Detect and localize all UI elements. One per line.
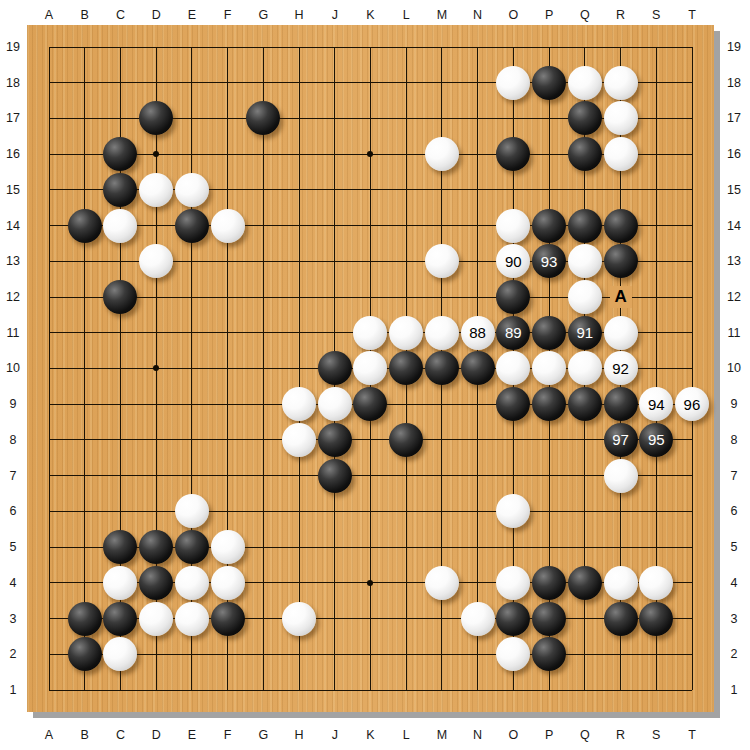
star-point <box>153 151 159 157</box>
coordinate-label-column-T: T <box>688 8 696 22</box>
coordinate-label-row-14: 14 <box>727 219 741 233</box>
coordinate-label-column-P: P <box>545 728 553 742</box>
stone-black-P14[interactable] <box>532 209 566 243</box>
stone-white-F5[interactable] <box>211 530 245 564</box>
coordinate-label-column-N: N <box>473 8 482 22</box>
coordinate-label-column-H: H <box>295 728 304 742</box>
stone-black-J8[interactable] <box>318 423 352 457</box>
annotation-letter-a[interactable]: A <box>610 286 632 308</box>
coordinate-label-column-R: R <box>616 728 625 742</box>
stone-black-P13[interactable]: 93 <box>532 244 566 278</box>
coordinate-label-column-M: M <box>437 8 447 22</box>
stone-black-D17[interactable] <box>139 101 173 135</box>
coordinate-label-row-7: 7 <box>731 469 738 483</box>
stone-black-Q4[interactable] <box>568 566 602 600</box>
move-number: 97 <box>612 432 629 447</box>
stone-black-C12[interactable] <box>103 280 137 314</box>
stone-black-C5[interactable] <box>103 530 137 564</box>
grid-line-vertical <box>692 47 693 690</box>
stone-white-M13[interactable] <box>425 244 459 278</box>
stone-white-Q18[interactable] <box>568 66 602 100</box>
stone-black-P11[interactable] <box>532 316 566 350</box>
stone-black-E14[interactable] <box>175 209 209 243</box>
coordinate-label-column-H: H <box>295 8 304 22</box>
stone-black-Q17[interactable] <box>568 101 602 135</box>
stone-white-Q10[interactable] <box>568 351 602 385</box>
coordinate-label-column-E: E <box>188 8 196 22</box>
stone-black-B14[interactable] <box>68 209 102 243</box>
coordinate-label-column-D: D <box>152 728 161 742</box>
stone-white-O14[interactable] <box>496 209 530 243</box>
stone-black-B3[interactable] <box>68 602 102 636</box>
coordinate-label-column-Q: Q <box>580 728 590 742</box>
stone-black-O11[interactable]: 89 <box>496 316 530 350</box>
stone-white-R10[interactable]: 92 <box>604 351 638 385</box>
stone-white-D15[interactable] <box>139 173 173 207</box>
coordinate-label-row-4: 4 <box>10 576 17 590</box>
coordinate-label-row-10: 10 <box>727 361 741 375</box>
stone-white-F14[interactable] <box>211 209 245 243</box>
move-number: 91 <box>576 325 593 340</box>
coordinate-label-row-2: 2 <box>10 647 17 661</box>
coordinate-label-column-F: F <box>224 8 232 22</box>
coordinate-label-column-T: T <box>688 728 696 742</box>
coordinate-label-row-16: 16 <box>727 147 741 161</box>
stone-white-D3[interactable] <box>139 602 173 636</box>
stone-white-N3[interactable] <box>461 602 495 636</box>
coordinate-label-row-18: 18 <box>6 76 20 90</box>
move-number: 92 <box>612 361 629 376</box>
coordinate-label-column-D: D <box>152 8 161 22</box>
coordinate-label-row-6: 6 <box>731 504 738 518</box>
stone-black-S8[interactable]: 95 <box>639 423 673 457</box>
coordinate-label-row-3: 3 <box>731 612 738 626</box>
coordinate-label-column-J: J <box>332 728 338 742</box>
stone-black-O3[interactable] <box>496 602 530 636</box>
coordinate-label-column-B: B <box>81 8 89 22</box>
coordinate-label-column-S: S <box>652 728 660 742</box>
coordinate-label-column-R: R <box>616 8 625 22</box>
stone-white-R7[interactable] <box>604 459 638 493</box>
stone-black-S3[interactable] <box>639 602 673 636</box>
coordinate-label-row-9: 9 <box>10 397 17 411</box>
coordinate-label-column-P: P <box>545 8 553 22</box>
stone-black-L8[interactable] <box>389 423 423 457</box>
coordinate-label-row-19: 19 <box>6 40 20 54</box>
stone-black-O12[interactable] <box>496 280 530 314</box>
coordinate-label-row-1: 1 <box>731 683 738 697</box>
stone-black-R13[interactable] <box>604 244 638 278</box>
coordinate-label-column-L: L <box>403 8 410 22</box>
move-number: 95 <box>648 432 665 447</box>
coordinate-label-row-9: 9 <box>731 397 738 411</box>
grid-line-horizontal <box>49 690 692 691</box>
stone-black-Q11[interactable]: 91 <box>568 316 602 350</box>
stone-black-R8[interactable]: 97 <box>604 423 638 457</box>
stone-white-J9[interactable] <box>318 387 352 421</box>
stone-black-E5[interactable] <box>175 530 209 564</box>
stone-white-T9[interactable]: 96 <box>675 387 709 421</box>
coordinate-label-column-K: K <box>366 728 374 742</box>
stone-black-P18[interactable] <box>532 66 566 100</box>
coordinate-label-row-12: 12 <box>727 290 741 304</box>
stone-white-R4[interactable] <box>604 566 638 600</box>
stone-black-O16[interactable] <box>496 137 530 171</box>
coordinate-label-column-C: C <box>116 728 125 742</box>
stone-white-H8[interactable] <box>282 423 316 457</box>
coordinate-label-column-S: S <box>652 8 660 22</box>
stone-black-D5[interactable] <box>139 530 173 564</box>
stone-black-M10[interactable] <box>425 351 459 385</box>
coordinate-label-row-6: 6 <box>10 504 17 518</box>
move-number: 96 <box>684 397 701 412</box>
stone-white-F4[interactable] <box>211 566 245 600</box>
stone-black-P9[interactable] <box>532 387 566 421</box>
stone-white-O4[interactable] <box>496 566 530 600</box>
grid-line-horizontal <box>49 439 692 440</box>
stone-white-C2[interactable] <box>103 637 137 671</box>
stone-black-Q9[interactable] <box>568 387 602 421</box>
stone-white-E6[interactable] <box>175 494 209 528</box>
stone-black-P3[interactable] <box>532 602 566 636</box>
stone-white-R17[interactable] <box>604 101 638 135</box>
move-number: 90 <box>505 254 522 269</box>
stone-black-R9[interactable] <box>604 387 638 421</box>
stone-white-R16[interactable] <box>604 137 638 171</box>
stone-black-B2[interactable] <box>68 637 102 671</box>
stone-black-C3[interactable] <box>103 602 137 636</box>
coordinate-label-row-7: 7 <box>10 469 17 483</box>
coordinate-label-column-G: G <box>258 8 268 22</box>
coordinate-label-row-5: 5 <box>10 540 17 554</box>
coordinate-label-column-K: K <box>366 8 374 22</box>
grid-line-horizontal <box>49 511 692 512</box>
stone-white-L11[interactable] <box>389 316 423 350</box>
coordinate-label-column-M: M <box>437 728 447 742</box>
stone-white-M11[interactable] <box>425 316 459 350</box>
coordinate-label-column-Q: Q <box>580 8 590 22</box>
coordinate-label-row-14: 14 <box>6 219 20 233</box>
move-number: 88 <box>469 325 486 340</box>
stone-black-P4[interactable] <box>532 566 566 600</box>
coordinate-label-row-5: 5 <box>731 540 738 554</box>
star-point <box>367 151 373 157</box>
coordinate-label-row-11: 11 <box>728 326 741 340</box>
stone-black-R3[interactable] <box>604 602 638 636</box>
stone-white-H3[interactable] <box>282 602 316 636</box>
coordinate-label-row-19: 19 <box>727 40 741 54</box>
stone-black-K9[interactable] <box>353 387 387 421</box>
stone-white-M4[interactable] <box>425 566 459 600</box>
stone-black-Q14[interactable] <box>568 209 602 243</box>
stone-white-C4[interactable] <box>103 566 137 600</box>
coordinate-label-row-11: 11 <box>7 326 20 340</box>
coordinate-label-row-12: 12 <box>6 290 20 304</box>
coordinate-label-column-B: B <box>81 728 89 742</box>
stone-black-L10[interactable] <box>389 351 423 385</box>
stone-white-C14[interactable] <box>103 209 137 243</box>
coordinate-label-column-N: N <box>473 728 482 742</box>
coordinate-label-row-10: 10 <box>6 361 20 375</box>
grid-line-horizontal <box>49 475 692 476</box>
coordinate-label-column-C: C <box>116 8 125 22</box>
coordinate-label-row-4: 4 <box>731 576 738 590</box>
coordinate-label-row-8: 8 <box>731 433 738 447</box>
stone-white-P10[interactable] <box>532 351 566 385</box>
stone-black-F3[interactable] <box>211 602 245 636</box>
coordinate-label-row-17: 17 <box>6 111 20 125</box>
coordinate-label-column-O: O <box>508 8 518 22</box>
stone-black-G17[interactable] <box>246 101 280 135</box>
stone-white-S9[interactable]: 94 <box>639 387 673 421</box>
stone-white-S4[interactable] <box>639 566 673 600</box>
coordinate-label-column-L: L <box>403 728 410 742</box>
stone-white-E3[interactable] <box>175 602 209 636</box>
coordinate-label-column-A: A <box>45 8 53 22</box>
move-number: 94 <box>648 397 665 412</box>
go-board[interactable]: A90938889919294969795 <box>27 25 714 712</box>
stone-white-K10[interactable] <box>353 351 387 385</box>
stone-white-O2[interactable] <box>496 637 530 671</box>
stone-black-N10[interactable] <box>461 351 495 385</box>
coordinate-label-row-15: 15 <box>727 183 741 197</box>
stone-black-O9[interactable] <box>496 387 530 421</box>
stone-black-J10[interactable] <box>318 351 352 385</box>
coordinate-label-column-G: G <box>258 728 268 742</box>
coordinate-label-row-16: 16 <box>6 147 20 161</box>
stone-white-M16[interactable] <box>425 137 459 171</box>
stone-white-O18[interactable] <box>496 66 530 100</box>
stone-white-R18[interactable] <box>604 66 638 100</box>
grid-line-horizontal <box>49 654 692 655</box>
star-point <box>367 580 373 586</box>
coordinate-label-column-F: F <box>224 728 232 742</box>
coordinate-label-row-8: 8 <box>10 433 17 447</box>
stone-white-D13[interactable] <box>139 244 173 278</box>
star-point <box>153 365 159 371</box>
stone-white-N11[interactable]: 88 <box>461 316 495 350</box>
stone-white-K11[interactable] <box>353 316 387 350</box>
coordinate-label-row-17: 17 <box>727 111 741 125</box>
stone-black-J7[interactable] <box>318 459 352 493</box>
stone-black-R14[interactable] <box>604 209 638 243</box>
coordinate-label-row-2: 2 <box>731 647 738 661</box>
stone-white-Q13[interactable] <box>568 244 602 278</box>
go-diagram-page: A90938889919294969795 AABBCCDDEEFFGGHHJJ… <box>0 0 750 750</box>
stone-white-O10[interactable] <box>496 351 530 385</box>
coordinate-label-row-18: 18 <box>727 76 741 90</box>
stone-black-C16[interactable] <box>103 137 137 171</box>
stone-white-E15[interactable] <box>175 173 209 207</box>
coordinate-label-row-1: 1 <box>10 683 17 697</box>
move-number: 89 <box>505 325 522 340</box>
stone-black-P2[interactable] <box>532 637 566 671</box>
coordinate-label-row-3: 3 <box>10 612 17 626</box>
stone-white-H9[interactable] <box>282 387 316 421</box>
stone-black-D4[interactable] <box>139 566 173 600</box>
coordinate-label-column-E: E <box>188 728 196 742</box>
stone-white-R11[interactable] <box>604 316 638 350</box>
stone-black-C15[interactable] <box>103 173 137 207</box>
coordinate-label-column-J: J <box>332 8 338 22</box>
move-number: 93 <box>541 254 558 269</box>
stone-white-Q12[interactable] <box>568 280 602 314</box>
coordinate-label-row-13: 13 <box>727 254 741 268</box>
stone-white-O13[interactable]: 90 <box>496 244 530 278</box>
coordinate-label-column-A: A <box>45 728 53 742</box>
stone-black-Q16[interactable] <box>568 137 602 171</box>
coordinate-label-row-13: 13 <box>6 254 20 268</box>
stone-white-O6[interactable] <box>496 494 530 528</box>
coordinate-label-column-O: O <box>508 728 518 742</box>
stone-white-E4[interactable] <box>175 566 209 600</box>
coordinate-label-row-15: 15 <box>6 183 20 197</box>
